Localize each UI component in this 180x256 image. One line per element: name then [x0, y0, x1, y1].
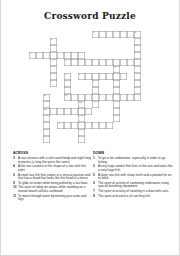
clue-item-across-11: 11To move through water by moving your a… — [13, 193, 91, 200]
crossword-cell[interactable] — [113, 73, 120, 80]
crossword-cell[interactable] — [120, 73, 127, 80]
cell-number: 13 — [44, 108, 46, 111]
crossword-cell[interactable] — [78, 122, 85, 129]
crossword-cell[interactable] — [78, 108, 85, 115]
clue-text: To go or be underwater, especially in or… — [98, 156, 173, 163]
crossword-cell[interactable] — [127, 59, 134, 66]
cell-number: 3 — [51, 38, 52, 41]
crossword-cell[interactable] — [78, 94, 85, 101]
crossword-cell[interactable] — [113, 108, 120, 115]
clue-item-down-6: 6The sport or activity of swimming under… — [93, 181, 173, 188]
crossword-cell[interactable] — [85, 73, 92, 80]
crossword-cell[interactable] — [78, 129, 85, 136]
crossword-cell[interactable]: 3 — [50, 38, 57, 45]
down-header: DOWN — [93, 151, 173, 155]
crossword-cell[interactable] — [127, 94, 134, 101]
clue-item-across-4: 4A flat sea creature in the shape of a s… — [13, 164, 91, 171]
clue-item-down-8: 8The sport or business of catching fish — [93, 193, 173, 197]
crossword-cell[interactable]: 11 — [64, 94, 71, 101]
crossword-cell[interactable] — [57, 108, 64, 115]
crossword-cell[interactable] — [64, 87, 71, 94]
clue-text: A very large animal that lives in the se… — [98, 164, 173, 171]
crossword-cell[interactable] — [50, 59, 57, 66]
clue-item-across-10: 10The sport of riding on waves while sta… — [13, 185, 91, 192]
crossword-cell[interactable] — [106, 122, 113, 129]
crossword-cell[interactable] — [64, 108, 71, 115]
cell-number: 9 — [93, 80, 94, 83]
crossword-cell[interactable] — [134, 87, 141, 94]
cell-number: 4 — [30, 52, 31, 55]
across-header: ACROSS — [13, 151, 91, 155]
crossword-cell[interactable] — [120, 94, 127, 101]
cell-number: 7 — [65, 73, 66, 76]
crossword-cell[interactable]: 1 — [92, 31, 99, 38]
crossword-cell[interactable] — [113, 59, 120, 66]
crossword-cell[interactable] — [85, 122, 92, 129]
crossword-cell[interactable]: 12 — [78, 101, 85, 108]
crossword-cell[interactable] — [43, 122, 50, 129]
clue-item-across-3: 3A sea creature with a soft round body a… — [13, 156, 91, 163]
clue-text: A flat sea creature in the shape of a st… — [18, 164, 91, 171]
clue-text: A small sea fish that swims in a vertica… — [18, 172, 91, 179]
crossword-cell[interactable] — [57, 52, 64, 59]
crossword-cell[interactable] — [134, 52, 141, 59]
crossword-cell[interactable] — [113, 115, 120, 122]
crossword-cell[interactable] — [134, 59, 141, 66]
crossword-cell[interactable] — [113, 87, 120, 94]
crossword-cell[interactable] — [134, 45, 141, 52]
crossword-grid: 1234567891011121314 — [29, 31, 141, 143]
crossword-cell[interactable] — [50, 45, 57, 52]
crossword-cell[interactable] — [92, 59, 99, 66]
crossword-cell[interactable] — [78, 115, 85, 122]
clue-text: The sport of riding on waves while stand… — [18, 185, 91, 192]
across-column: ACROSS 3A sea creature with a soft round… — [13, 151, 91, 252]
crossword-cell[interactable] — [99, 31, 106, 38]
crossword-cell[interactable] — [92, 122, 99, 129]
crossword-cell[interactable] — [99, 122, 106, 129]
cell-number: 6 — [114, 66, 115, 69]
crossword-cell[interactable]: 6 — [113, 66, 120, 73]
crossword-cell[interactable] — [134, 66, 141, 73]
cell-number: 8 — [79, 73, 80, 76]
crossword-cell[interactable] — [106, 59, 113, 66]
crossword-cell[interactable]: 4 — [29, 52, 36, 59]
crossword-cell[interactable] — [134, 80, 141, 87]
crossword-cell[interactable]: 2 — [134, 31, 141, 38]
clue-item-across-6: 6A small sea fish that swims in a vertic… — [13, 172, 91, 179]
clue-text: The sport or business of catching fish — [98, 193, 173, 197]
crossword-cell[interactable] — [127, 31, 134, 38]
cell-number: 5 — [65, 59, 66, 62]
crossword-cell[interactable] — [134, 73, 141, 80]
clue-text: A sea creature with a soft round body an… — [18, 156, 91, 163]
crossword-cell[interactable] — [71, 108, 78, 115]
clue-item-down-5: 5A large sea fish with sharp teeth and a… — [93, 172, 173, 179]
crossword-cell[interactable] — [92, 87, 99, 94]
crossword-cell[interactable] — [113, 101, 120, 108]
clue-text: The sport or activity of traveling in a … — [98, 189, 173, 193]
crossword-cell[interactable] — [71, 94, 78, 101]
crossword-cell[interactable] — [43, 52, 50, 59]
clue-text: To move through water by moving your arm… — [18, 193, 91, 200]
cell-number: 10 — [44, 94, 46, 97]
clue-item-across-9: 9To glide on water while being pulled by… — [13, 181, 91, 185]
cell-number: 14 — [58, 122, 60, 125]
crossword-cell[interactable] — [50, 52, 57, 59]
cell-number: 11 — [65, 94, 67, 97]
crossword-cell[interactable] — [50, 73, 57, 80]
crossword-cell[interactable] — [50, 66, 57, 73]
crossword-cell[interactable] — [71, 59, 78, 66]
crossword-cell[interactable]: 5 — [64, 59, 71, 66]
crossword-cell[interactable] — [78, 59, 85, 66]
clue-text: A large sea fish with sharp teeth and a … — [98, 172, 173, 179]
crossword-cell[interactable] — [85, 59, 92, 66]
crossword-cell[interactable] — [99, 73, 106, 80]
crossword-cell[interactable] — [134, 94, 141, 101]
clue-item-down-7: 7The sport or activity of traveling in a… — [93, 189, 173, 193]
crossword-cell[interactable] — [36, 52, 43, 59]
page-title: Crossword Puzzle — [1, 11, 179, 21]
crossword-cell[interactable] — [43, 129, 50, 136]
crossword-cell[interactable] — [113, 31, 120, 38]
crossword-cell[interactable] — [78, 136, 85, 143]
crossword-cell[interactable] — [113, 80, 120, 87]
crossword-cell[interactable] — [92, 101, 99, 108]
crossword-cell[interactable] — [120, 59, 127, 66]
crossword-cell[interactable] — [120, 31, 127, 38]
crossword-cell[interactable] — [85, 108, 92, 115]
across-clue-list: 3A sea creature with a soft round body a… — [13, 156, 91, 200]
clue-item-down-1: 1To go or be underwater, especially in o… — [93, 156, 173, 163]
crossword-cell[interactable] — [113, 94, 120, 101]
cell-number: 12 — [79, 101, 81, 104]
crossword-cell[interactable] — [99, 94, 106, 101]
crossword-cell[interactable]: 8 — [78, 73, 85, 80]
crossword-cell[interactable] — [43, 115, 50, 122]
crossword-cell[interactable]: 7 — [64, 73, 71, 80]
crossword-cell[interactable] — [92, 94, 99, 101]
clue-item-down-2: 2A very large animal that lives in the s… — [93, 164, 173, 171]
clue-text: To glide on water while being pulled by … — [18, 181, 91, 185]
crossword-cell[interactable] — [99, 59, 106, 66]
crossword-cell[interactable] — [92, 73, 99, 80]
crossword-cell[interactable] — [106, 94, 113, 101]
down-clue-list: 1To go or be underwater, especially in o… — [93, 156, 173, 197]
worksheet-page: Crossword Puzzle 1234567891011121314 ACR… — [0, 0, 180, 256]
down-column: DOWN 1To go or be underwater, especially… — [93, 151, 173, 245]
crossword-cell[interactable] — [106, 73, 113, 80]
crossword-cell[interactable]: 10 — [43, 94, 50, 101]
clue-text: The sport or activity of swimming underw… — [98, 181, 173, 188]
crossword-cell[interactable] — [106, 31, 113, 38]
crossword-cell[interactable]: 14 — [57, 122, 64, 129]
crossword-cell[interactable] — [64, 122, 71, 129]
crossword-cell[interactable] — [71, 122, 78, 129]
crossword-cell[interactable] — [50, 80, 57, 87]
crossword-cell[interactable] — [43, 136, 50, 143]
crossword-cell[interactable]: 13 — [43, 108, 50, 115]
crossword-cell[interactable] — [71, 52, 78, 59]
crossword-cell[interactable] — [134, 38, 141, 45]
cell-number: 1 — [93, 31, 94, 34]
crossword-cell[interactable]: 9 — [92, 80, 99, 87]
crossword-cell[interactable] — [78, 52, 85, 59]
crossword-cell[interactable] — [64, 52, 71, 59]
crossword-cell[interactable] — [64, 80, 71, 87]
crossword-cell[interactable] — [43, 101, 50, 108]
crossword-cell[interactable] — [50, 108, 57, 115]
crossword-cell[interactable] — [85, 94, 92, 101]
cell-number: 2 — [135, 31, 136, 34]
